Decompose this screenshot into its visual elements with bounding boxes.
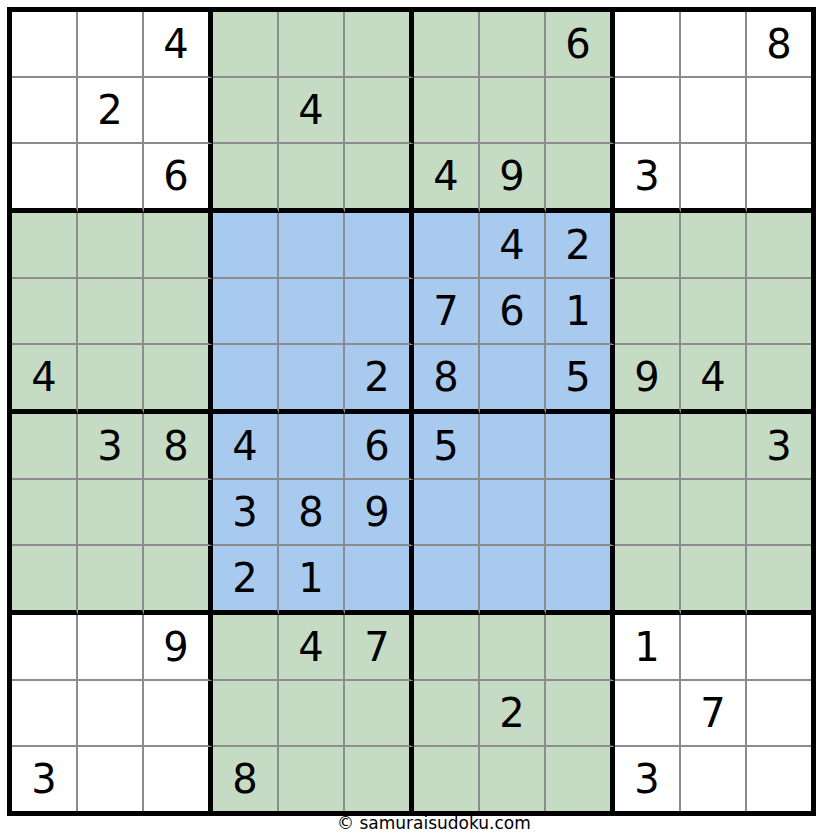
given-digit: 8 <box>163 426 188 466</box>
cell-r7c7: 5 <box>414 414 480 480</box>
given-digit: 4 <box>31 357 56 397</box>
cell-r6c9: 5 <box>546 345 615 414</box>
cell-r4c3[interactable] <box>144 213 213 279</box>
copyright-credit: © samuraisudoku.com <box>337 813 531 833</box>
given-digit: 4 <box>163 24 188 64</box>
cell-r1c2[interactable] <box>78 12 144 78</box>
cell-r10c7[interactable] <box>414 615 480 681</box>
given-digit: 1 <box>298 558 323 598</box>
cell-r5c9: 1 <box>546 279 615 345</box>
cell-r6c8[interactable] <box>480 345 546 414</box>
cell-r2c10[interactable] <box>615 78 681 144</box>
given-digit: 4 <box>700 357 725 397</box>
cell-r10c6: 7 <box>345 615 414 681</box>
cell-r8c6: 9 <box>345 480 414 546</box>
cell-r11c10[interactable] <box>615 681 681 747</box>
cell-r1c12: 8 <box>747 12 811 78</box>
cell-r9c1[interactable] <box>12 546 78 615</box>
given-digit: 3 <box>634 759 659 799</box>
cell-r3c5[interactable] <box>279 144 345 213</box>
cell-r5c4[interactable] <box>213 279 279 345</box>
cell-r11c12[interactable] <box>747 681 811 747</box>
cell-r10c11[interactable] <box>681 615 747 681</box>
cell-r12c12[interactable] <box>747 747 811 811</box>
cell-r8c11[interactable] <box>681 480 747 546</box>
given-digit: 2 <box>565 225 590 265</box>
cell-r8c12[interactable] <box>747 480 811 546</box>
cell-r7c3: 8 <box>144 414 213 480</box>
cell-r2c9[interactable] <box>546 78 615 144</box>
cell-r2c3[interactable] <box>144 78 213 144</box>
cell-r5c11[interactable] <box>681 279 747 345</box>
cell-r4c10[interactable] <box>615 213 681 279</box>
given-digit: 7 <box>364 627 389 667</box>
cell-r11c5[interactable] <box>279 681 345 747</box>
given-digit: 2 <box>499 693 524 733</box>
cell-r12c4: 8 <box>213 747 279 811</box>
cell-r2c7[interactable] <box>414 78 480 144</box>
cell-r5c2[interactable] <box>78 279 144 345</box>
cell-r10c9[interactable] <box>546 615 615 681</box>
given-digit: 4 <box>298 627 323 667</box>
given-digit: 5 <box>565 357 590 397</box>
cell-r2c5: 4 <box>279 78 345 144</box>
given-digit: 7 <box>700 693 725 733</box>
cell-r9c5: 1 <box>279 546 345 615</box>
cell-r7c5[interactable] <box>279 414 345 480</box>
cell-r6c1: 4 <box>12 345 78 414</box>
given-digit: 1 <box>634 627 659 667</box>
cell-r12c8[interactable] <box>480 747 546 811</box>
cell-r7c4: 4 <box>213 414 279 480</box>
cell-r11c2[interactable] <box>78 681 144 747</box>
cell-r3c1[interactable] <box>12 144 78 213</box>
cell-r8c4: 3 <box>213 480 279 546</box>
given-digit: 4 <box>499 225 524 265</box>
given-digit: 8 <box>298 492 323 532</box>
cell-r12c9[interactable] <box>546 747 615 811</box>
cell-r9c8[interactable] <box>480 546 546 615</box>
given-digit: 6 <box>565 24 590 64</box>
cell-r10c8[interactable] <box>480 615 546 681</box>
given-digit: 2 <box>97 90 122 130</box>
cell-r3c4[interactable] <box>213 144 279 213</box>
given-digit: 9 <box>364 492 389 532</box>
cell-r12c1: 3 <box>12 747 78 811</box>
given-digit: 1 <box>565 291 590 331</box>
cell-r2c2: 2 <box>78 78 144 144</box>
cell-r1c9: 6 <box>546 12 615 78</box>
cell-r3c6[interactable] <box>345 144 414 213</box>
cell-r10c3: 9 <box>144 615 213 681</box>
cell-r12c3[interactable] <box>144 747 213 811</box>
cell-r12c2[interactable] <box>78 747 144 811</box>
cell-r5c7: 7 <box>414 279 480 345</box>
cell-r7c2: 3 <box>78 414 144 480</box>
cell-r10c5: 4 <box>279 615 345 681</box>
cell-r4c2[interactable] <box>78 213 144 279</box>
given-digit: 3 <box>97 426 122 466</box>
cell-r8c3[interactable] <box>144 480 213 546</box>
cell-r12c11[interactable] <box>681 747 747 811</box>
cell-r1c6[interactable] <box>345 12 414 78</box>
given-digit: 3 <box>766 426 791 466</box>
cell-r12c7[interactable] <box>414 747 480 811</box>
cell-r7c6: 6 <box>345 414 414 480</box>
given-digit: 4 <box>433 156 458 196</box>
cell-r3c2[interactable] <box>78 144 144 213</box>
cell-r6c11: 4 <box>681 345 747 414</box>
cell-r4c12[interactable] <box>747 213 811 279</box>
given-digit: 3 <box>31 759 56 799</box>
cell-r3c9[interactable] <box>546 144 615 213</box>
cell-r1c3: 4 <box>144 12 213 78</box>
cell-r9c9[interactable] <box>546 546 615 615</box>
cell-r11c11: 7 <box>681 681 747 747</box>
cell-r2c8[interactable] <box>480 78 546 144</box>
given-digit: 9 <box>634 357 659 397</box>
given-digit: 4 <box>232 426 257 466</box>
cell-r11c1[interactable] <box>12 681 78 747</box>
cell-r4c11[interactable] <box>681 213 747 279</box>
cell-r3c12[interactable] <box>747 144 811 213</box>
cell-r6c4[interactable] <box>213 345 279 414</box>
cell-r3c10: 3 <box>615 144 681 213</box>
given-digit: 8 <box>433 357 458 397</box>
cell-r9c2[interactable] <box>78 546 144 615</box>
cell-r12c10: 3 <box>615 747 681 811</box>
cell-r9c4: 2 <box>213 546 279 615</box>
cell-r3c3: 6 <box>144 144 213 213</box>
cell-r5c1[interactable] <box>12 279 78 345</box>
cell-r9c10[interactable] <box>615 546 681 615</box>
cell-r9c7[interactable] <box>414 546 480 615</box>
given-digit: 8 <box>232 759 257 799</box>
cell-r9c6[interactable] <box>345 546 414 615</box>
cell-r2c6[interactable] <box>345 78 414 144</box>
given-digit: 5 <box>433 426 458 466</box>
cell-r9c12[interactable] <box>747 546 811 615</box>
cell-r8c8[interactable] <box>480 480 546 546</box>
cell-r9c11[interactable] <box>681 546 747 615</box>
cell-r7c11[interactable] <box>681 414 747 480</box>
cell-r3c7: 4 <box>414 144 480 213</box>
cell-r10c12[interactable] <box>747 615 811 681</box>
given-digit: 6 <box>163 156 188 196</box>
cell-r5c3[interactable] <box>144 279 213 345</box>
cell-r11c8: 2 <box>480 681 546 747</box>
cell-r3c11[interactable] <box>681 144 747 213</box>
cell-r5c6[interactable] <box>345 279 414 345</box>
cell-r4c4[interactable] <box>213 213 279 279</box>
cell-r6c2[interactable] <box>78 345 144 414</box>
cell-r4c9: 2 <box>546 213 615 279</box>
cell-r6c3[interactable] <box>144 345 213 414</box>
cell-r2c4[interactable] <box>213 78 279 144</box>
cell-r5c8: 6 <box>480 279 546 345</box>
cell-r4c5[interactable] <box>279 213 345 279</box>
cell-r7c10[interactable] <box>615 414 681 480</box>
given-digit: 3 <box>634 156 659 196</box>
cell-r12c6[interactable] <box>345 747 414 811</box>
cell-r10c4[interactable] <box>213 615 279 681</box>
cell-r7c9[interactable] <box>546 414 615 480</box>
cell-r11c6[interactable] <box>345 681 414 747</box>
cell-r6c7: 8 <box>414 345 480 414</box>
cell-r4c6[interactable] <box>345 213 414 279</box>
cell-r4c7[interactable] <box>414 213 480 279</box>
cell-r9c3[interactable] <box>144 546 213 615</box>
given-digit: 8 <box>766 24 791 64</box>
cell-r4c8: 4 <box>480 213 546 279</box>
cell-r10c1[interactable] <box>12 615 78 681</box>
cell-r1c1[interactable] <box>12 12 78 78</box>
cell-r1c5[interactable] <box>279 12 345 78</box>
cell-r10c2[interactable] <box>78 615 144 681</box>
cell-r2c12[interactable] <box>747 78 811 144</box>
cell-r8c1[interactable] <box>12 480 78 546</box>
cell-r6c5[interactable] <box>279 345 345 414</box>
cell-r8c5: 8 <box>279 480 345 546</box>
cell-r8c7[interactable] <box>414 480 480 546</box>
cell-r11c4[interactable] <box>213 681 279 747</box>
cell-r5c12[interactable] <box>747 279 811 345</box>
given-digit: 2 <box>232 558 257 598</box>
cell-r8c2[interactable] <box>78 480 144 546</box>
cell-r11c9[interactable] <box>546 681 615 747</box>
cell-r11c7[interactable] <box>414 681 480 747</box>
given-digit: 2 <box>364 357 389 397</box>
cell-r8c10[interactable] <box>615 480 681 546</box>
cell-r8c9[interactable] <box>546 480 615 546</box>
cell-r1c7[interactable] <box>414 12 480 78</box>
cell-r4c1[interactable] <box>12 213 78 279</box>
cell-r2c11[interactable] <box>681 78 747 144</box>
cell-r6c6: 2 <box>345 345 414 414</box>
cell-r1c10[interactable] <box>615 12 681 78</box>
cell-r1c4[interactable] <box>213 12 279 78</box>
cell-r3c8: 9 <box>480 144 546 213</box>
cell-r5c5[interactable] <box>279 279 345 345</box>
given-digit: 3 <box>232 492 257 532</box>
given-digit: 7 <box>433 291 458 331</box>
cell-r6c10: 9 <box>615 345 681 414</box>
given-digit: 9 <box>163 627 188 667</box>
cell-r5c10[interactable] <box>615 279 681 345</box>
cell-r2c1[interactable] <box>12 78 78 144</box>
given-digit: 6 <box>499 291 524 331</box>
cell-r7c8[interactable] <box>480 414 546 480</box>
cell-r7c12: 3 <box>747 414 811 480</box>
cell-r12c5[interactable] <box>279 747 345 811</box>
cell-r1c8[interactable] <box>480 12 546 78</box>
cell-r10c10: 1 <box>615 615 681 681</box>
given-digit: 9 <box>499 156 524 196</box>
given-digit: 4 <box>298 90 323 130</box>
cell-r7c1[interactable] <box>12 414 78 480</box>
cell-r11c3[interactable] <box>144 681 213 747</box>
sudoku-board: 4682464934276142859438465338921947127383 <box>7 7 816 816</box>
cell-r6c12[interactable] <box>747 345 811 414</box>
given-digit: 6 <box>364 426 389 466</box>
cell-r1c11[interactable] <box>681 12 747 78</box>
